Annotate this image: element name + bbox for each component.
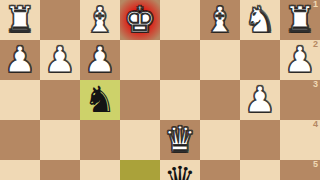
square-a4[interactable]: 4 [280, 120, 320, 160]
white-pawn-g2[interactable]: ♟ [40, 40, 80, 80]
square-e5[interactable] [120, 160, 160, 180]
square-c4[interactable] [200, 120, 240, 160]
rank-label-5: 5 [313, 159, 318, 169]
square-e3[interactable] [120, 80, 160, 120]
square-a2[interactable]: ♟2 [280, 40, 320, 80]
square-g5[interactable] [40, 160, 80, 180]
square-b4[interactable] [240, 120, 280, 160]
square-f4[interactable] [80, 120, 120, 160]
square-h4[interactable] [0, 120, 40, 160]
square-a3[interactable]: 3 [280, 80, 320, 120]
square-b1[interactable]: ♞ [240, 0, 280, 40]
white-rook-a1[interactable]: ♜ [280, 0, 320, 40]
black-queen-d5[interactable]: ♛ [160, 160, 200, 180]
white-knight-b1[interactable]: ♞ [240, 0, 280, 40]
white-pawn-a2[interactable]: ♟ [280, 40, 320, 80]
white-bishop-c1[interactable]: ♝ [200, 0, 240, 40]
square-e4[interactable] [120, 120, 160, 160]
white-king-e1[interactable]: ♚ [120, 0, 160, 40]
square-a1[interactable]: ♜1 [280, 0, 320, 40]
square-b3[interactable]: ♟ [240, 80, 280, 120]
square-d2[interactable] [160, 40, 200, 80]
square-h3[interactable] [0, 80, 40, 120]
square-f1[interactable]: ♝ [80, 0, 120, 40]
square-h2[interactable]: ♟ [0, 40, 40, 80]
square-e1[interactable]: ♚ [120, 0, 160, 40]
square-b2[interactable] [240, 40, 280, 80]
rank-label-4: 4 [313, 119, 318, 129]
black-knight-f3[interactable]: ♞ [80, 80, 120, 120]
square-f5[interactable] [80, 160, 120, 180]
square-e2[interactable] [120, 40, 160, 80]
square-h5[interactable] [0, 160, 40, 180]
square-g3[interactable] [40, 80, 80, 120]
square-g2[interactable]: ♟ [40, 40, 80, 80]
square-b5[interactable] [240, 160, 280, 180]
white-pawn-h2[interactable]: ♟ [0, 40, 40, 80]
white-queen-d4[interactable]: ♛ [160, 120, 200, 160]
square-g1[interactable] [40, 0, 80, 40]
white-rook-h1[interactable]: ♜ [0, 0, 40, 40]
square-f2[interactable]: ♟ [80, 40, 120, 80]
square-f3[interactable]: ♞ [80, 80, 120, 120]
white-bishop-f1[interactable]: ♝ [80, 0, 120, 40]
square-c2[interactable] [200, 40, 240, 80]
square-c3[interactable] [200, 80, 240, 120]
square-d4[interactable]: ♛ [160, 120, 200, 160]
square-g4[interactable] [40, 120, 80, 160]
square-d5[interactable]: ♛ [160, 160, 200, 180]
rank-label-3: 3 [313, 79, 318, 89]
white-pawn-b3[interactable]: ♟ [240, 80, 280, 120]
board: ♜♝♚♝♞♜1♟♟♟♟2♞♟3♛4♛5 [0, 0, 320, 180]
square-d3[interactable] [160, 80, 200, 120]
square-h1[interactable]: ♜ [0, 0, 40, 40]
square-a5[interactable]: 5 [280, 160, 320, 180]
white-pawn-f2[interactable]: ♟ [80, 40, 120, 80]
square-d1[interactable] [160, 0, 200, 40]
square-c1[interactable]: ♝ [200, 0, 240, 40]
square-c5[interactable] [200, 160, 240, 180]
